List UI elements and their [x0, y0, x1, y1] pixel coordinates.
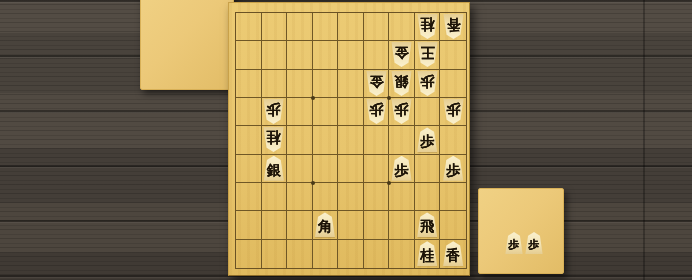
board-cell[interactable]: 銀: [389, 70, 415, 98]
board-cell[interactable]: [236, 240, 262, 268]
board-cell[interactable]: [440, 126, 466, 154]
board-cell[interactable]: [389, 126, 415, 154]
board-cell[interactable]: 王: [415, 41, 441, 69]
board-cell[interactable]: [287, 183, 313, 211]
board-cell[interactable]: [313, 13, 339, 41]
board-cell[interactable]: [262, 70, 288, 98]
board-cell[interactable]: [364, 13, 390, 41]
shogi-piece-gote[interactable]: 王: [417, 42, 438, 67]
board-cell[interactable]: [389, 13, 415, 41]
board-cell[interactable]: [338, 41, 364, 69]
shogi-piece-sente[interactable]: 飛: [417, 212, 438, 237]
board-cell[interactable]: [364, 41, 390, 69]
board-cell[interactable]: [364, 155, 390, 183]
board-cell[interactable]: 飛: [415, 211, 441, 239]
piece-kanji: 銀: [267, 163, 281, 177]
shogi-piece-sente[interactable]: 香: [443, 241, 464, 266]
board-cell[interactable]: 歩: [389, 98, 415, 126]
board-cell[interactable]: [262, 41, 288, 69]
board-cell[interactable]: [287, 70, 313, 98]
shogi-board: 桂香金王金銀歩歩歩歩歩桂歩銀歩歩角飛桂香: [228, 2, 470, 276]
board-cell[interactable]: [338, 126, 364, 154]
board-cell[interactable]: [287, 211, 313, 239]
piece-kanji: 桂: [267, 131, 281, 145]
board-cell[interactable]: [262, 211, 288, 239]
piece-kanji: 桂: [420, 18, 434, 32]
shogi-piece-sente[interactable]: 歩: [391, 156, 412, 181]
hand-piece-sente[interactable]: 歩: [505, 232, 523, 254]
star-point: [311, 96, 315, 100]
shogi-piece-gote[interactable]: 金: [366, 71, 387, 96]
star-point: [311, 181, 315, 185]
board-cell[interactable]: [440, 183, 466, 211]
piece-kanji: 歩: [509, 239, 520, 250]
shogi-piece-gote[interactable]: 歩: [366, 99, 387, 124]
board-cell[interactable]: 桂: [262, 126, 288, 154]
board-cell[interactable]: [313, 240, 339, 268]
board-cell[interactable]: 香: [440, 240, 466, 268]
board-cell[interactable]: [287, 98, 313, 126]
board-cell[interactable]: [338, 13, 364, 41]
shogi-piece-gote[interactable]: 銀: [391, 71, 412, 96]
piece-kanji: 歩: [420, 75, 434, 89]
board-cell[interactable]: [287, 13, 313, 41]
piece-kanji: 金: [395, 46, 409, 60]
piece-kanji: 桂: [420, 248, 434, 262]
sente-piece-stand: 歩歩: [478, 188, 564, 274]
shogi-piece-gote[interactable]: 歩: [263, 99, 284, 124]
board-cell[interactable]: [338, 211, 364, 239]
board-cell[interactable]: 歩: [440, 98, 466, 126]
piece-kanji: 歩: [395, 163, 409, 177]
board-cell[interactable]: 香: [440, 13, 466, 41]
board-cell[interactable]: [287, 41, 313, 69]
board-cell[interactable]: [415, 155, 441, 183]
board-cell[interactable]: [236, 41, 262, 69]
board-cell[interactable]: 金: [389, 41, 415, 69]
board-cell[interactable]: [364, 183, 390, 211]
star-point: [387, 181, 391, 185]
board-cell[interactable]: 金: [364, 70, 390, 98]
board-cell[interactable]: [236, 13, 262, 41]
board-cell[interactable]: [262, 183, 288, 211]
board-cell[interactable]: 歩: [364, 98, 390, 126]
piece-kanji: 銀: [395, 75, 409, 89]
piece-kanji: 歩: [529, 239, 540, 250]
board-cell[interactable]: [389, 240, 415, 268]
board-cell[interactable]: [440, 41, 466, 69]
table-background: 桂香金王金銀歩歩歩歩歩桂歩銀歩歩角飛桂香 歩歩: [0, 0, 692, 280]
board-cell[interactable]: [236, 70, 262, 98]
piece-kanji: 飛: [420, 219, 434, 233]
piece-kanji: 歩: [395, 103, 409, 117]
board-cell[interactable]: [262, 13, 288, 41]
shogi-piece-sente[interactable]: 歩: [417, 127, 438, 152]
board-cell[interactable]: [236, 98, 262, 126]
shogi-piece-gote[interactable]: 桂: [263, 127, 284, 152]
board-cell[interactable]: [287, 155, 313, 183]
board-grid: 桂香金王金銀歩歩歩歩歩桂歩銀歩歩角飛桂香: [235, 12, 467, 269]
board-cell[interactable]: 歩: [262, 98, 288, 126]
board-cell[interactable]: [364, 240, 390, 268]
board-cell[interactable]: [236, 211, 262, 239]
board-cell[interactable]: 歩: [415, 126, 441, 154]
shogi-piece-sente[interactable]: 歩: [443, 156, 464, 181]
piece-kanji: 角: [318, 219, 332, 233]
piece-kanji: 王: [420, 46, 434, 60]
shogi-piece-gote[interactable]: 桂: [417, 14, 438, 39]
board-cell[interactable]: 角: [313, 211, 339, 239]
board-cell[interactable]: [313, 98, 339, 126]
board-cell[interactable]: 桂: [415, 240, 441, 268]
board-cell[interactable]: [440, 70, 466, 98]
piece-kanji: 歩: [369, 103, 383, 117]
board-cell[interactable]: [313, 155, 339, 183]
shogi-piece-gote[interactable]: 金: [391, 42, 412, 67]
piece-kanji: 歩: [420, 134, 434, 148]
shogi-piece-gote[interactable]: 歩: [391, 99, 412, 124]
board-cell[interactable]: [236, 126, 262, 154]
board-cell[interactable]: 歩: [440, 155, 466, 183]
piece-kanji: 香: [446, 18, 460, 32]
board-cell[interactable]: 歩: [415, 70, 441, 98]
shogi-piece-gote[interactable]: 歩: [443, 99, 464, 124]
board-cell[interactable]: [338, 98, 364, 126]
piece-kanji: 香: [446, 248, 460, 262]
board-cell[interactable]: [236, 155, 262, 183]
board-cell[interactable]: 桂: [415, 13, 441, 41]
board-cell[interactable]: [313, 126, 339, 154]
star-point: [387, 96, 391, 100]
board-cell[interactable]: [236, 183, 262, 211]
board-cell[interactable]: [415, 98, 441, 126]
board-cell[interactable]: [338, 240, 364, 268]
shogi-piece-gote[interactable]: 香: [443, 14, 464, 39]
piece-kanji: 歩: [446, 163, 460, 177]
board-cell[interactable]: [338, 155, 364, 183]
shogi-piece-sente[interactable]: 桂: [417, 241, 438, 266]
board-cell[interactable]: [338, 183, 364, 211]
board-cell[interactable]: [364, 126, 390, 154]
hand-piece-sente[interactable]: 歩: [525, 232, 543, 254]
board-cell[interactable]: [287, 126, 313, 154]
sente-hand: 歩歩: [505, 232, 543, 254]
board-cell[interactable]: [287, 240, 313, 268]
board-cell[interactable]: 銀: [262, 155, 288, 183]
board-cell[interactable]: [389, 211, 415, 239]
piece-kanji: 金: [369, 75, 383, 89]
gote-piece-stand: [140, 0, 234, 90]
board-cell[interactable]: 歩: [389, 155, 415, 183]
shogi-piece-sente[interactable]: 角: [314, 212, 335, 237]
board-cell[interactable]: [389, 183, 415, 211]
board-cell[interactable]: [364, 211, 390, 239]
shogi-piece-gote[interactable]: 歩: [417, 71, 438, 96]
board-cell[interactable]: [440, 211, 466, 239]
board-cell[interactable]: [313, 41, 339, 69]
piece-kanji: 歩: [267, 103, 281, 117]
board-cell[interactable]: [262, 240, 288, 268]
board-cell[interactable]: [313, 183, 339, 211]
piece-kanji: 歩: [446, 103, 460, 117]
board-cell[interactable]: [338, 70, 364, 98]
board-cell[interactable]: [313, 70, 339, 98]
shogi-piece-sente[interactable]: 銀: [263, 156, 284, 181]
board-cell[interactable]: [415, 183, 441, 211]
